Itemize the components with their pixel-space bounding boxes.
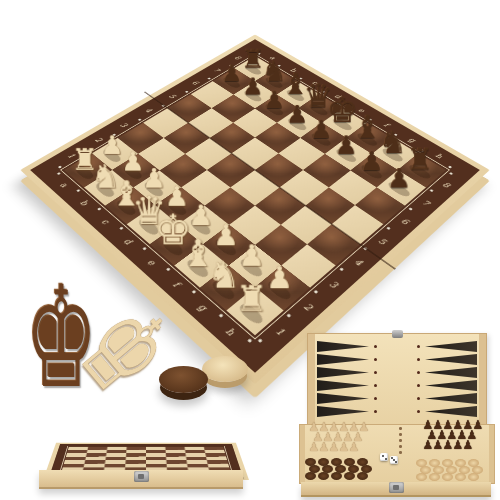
rank-label: 2	[301, 302, 314, 313]
die	[390, 456, 398, 464]
board-grid: ♜♞♝♛♚♝♞♜♟♟♟♟♟♟♟♟♟♟♟♟♟♟♟♟♜♞♝♛♚♝♞♜	[64, 56, 446, 335]
backgammon-point	[425, 406, 477, 417]
backgammon-point	[317, 341, 369, 352]
peg-hole-icon	[417, 358, 420, 361]
backgammon-point	[317, 393, 369, 404]
backgammon-point	[317, 406, 369, 417]
stored-light-checker	[429, 473, 440, 481]
stored-light-checker	[455, 473, 466, 481]
rank-label: 1	[273, 326, 286, 338]
peg-hole-icon	[374, 371, 377, 374]
rank-label: 6	[190, 80, 200, 86]
stored-dark-checker	[318, 472, 329, 480]
square-e5	[255, 154, 303, 188]
open-box-scene: ♟♟♟♟♟♟♟♟♟♟♟♟♟♟♟♟♟♟♟♟♟♟♟♟♟♟♟♟♟♟♟♟	[298, 330, 494, 498]
file-label: a	[58, 181, 70, 189]
peg-hole-icon	[399, 427, 402, 430]
clasp-icon	[389, 482, 404, 493]
stored-light-checker	[468, 473, 479, 481]
stored-light-piece: ♟	[348, 441, 360, 453]
backgammon-point	[425, 341, 477, 352]
border-stud-icon	[449, 172, 453, 175]
stored-light-checker	[416, 473, 427, 481]
rank-label: 3	[327, 279, 340, 289]
peg-hole-icon	[417, 371, 420, 374]
clasp-icon	[134, 471, 149, 482]
peg-hole-icon	[417, 345, 420, 348]
file-label: f	[171, 280, 182, 289]
border-stud-icon	[287, 313, 292, 317]
stored-dark-checker	[344, 472, 355, 480]
peg-hole-icon	[399, 439, 402, 442]
rank-label: 4	[352, 257, 364, 267]
piece-black-pawn: ♟	[377, 165, 422, 192]
file-label: h	[223, 326, 237, 338]
backgammon-point	[425, 367, 477, 378]
stored-dark-piece: ♟	[462, 439, 474, 451]
file-label: c	[99, 217, 111, 226]
backgammon-point	[317, 380, 369, 391]
hinge-icon	[392, 330, 403, 338]
peg-hole-icon	[374, 345, 377, 348]
box-base: ♟♟♟♟♟♟♟♟♟♟♟♟♟♟♟♟♟♟♟♟♟♟♟♟♟♟♟♟♟♟♟♟	[299, 424, 495, 484]
peg-hole-icon	[399, 451, 402, 454]
piece-white-rook: ♜	[226, 281, 279, 317]
border-stud-icon	[258, 338, 263, 343]
border-stud-icon	[138, 118, 142, 121]
file-label: d	[122, 237, 135, 246]
board-frame: ♜♞♝♛♚♝♞♜♟♟♟♟♟♟♟♟♟♟♟♟♟♟♟♟♜♞♝♛♚♝♞♜ aabbccd…	[30, 39, 480, 373]
border-stud-icon	[386, 226, 391, 229]
peg-hole-icon	[374, 384, 377, 387]
dark-checker-piece	[159, 366, 208, 393]
square-h7: ♟	[377, 170, 426, 205]
peg-hole-icon	[417, 384, 420, 387]
peg-hole-icon	[417, 397, 420, 400]
peg-hole-icon	[399, 433, 402, 436]
square-d4	[207, 154, 255, 188]
border-stud-icon	[207, 77, 211, 79]
rank-label: 7	[420, 198, 431, 207]
chess-board-scene: ♜♞♝♛♚♝♞♜♟♟♟♟♟♟♟♟♟♟♟♟♟♟♟♟♜♞♝♛♚♝♞♜ aabbccd…	[78, 0, 432, 340]
backgammon-point	[317, 354, 369, 365]
stored-dark-checker	[305, 472, 316, 480]
rank-label: 4	[143, 107, 154, 114]
stored-dark-checker	[331, 472, 342, 480]
rank-label: 5	[376, 237, 388, 246]
backgammon-point	[425, 380, 477, 391]
die	[380, 453, 388, 461]
stored-light-checker	[442, 473, 453, 481]
peg-hole-icon	[417, 410, 420, 413]
rank-label: 3	[118, 121, 129, 128]
border-stud-icon	[192, 290, 197, 294]
border-stud-icon	[76, 189, 80, 192]
backgammon-point	[425, 393, 477, 404]
border-stud-icon	[339, 268, 344, 272]
border-stud-icon	[408, 207, 412, 210]
peg-hole-icon	[399, 445, 402, 448]
rank-label: 8	[441, 181, 452, 189]
border-stud-icon	[218, 313, 223, 317]
border-stud-icon	[97, 207, 101, 210]
file-label: b	[78, 198, 90, 207]
square-h1: ♜	[227, 287, 284, 335]
peg-hole-icon	[374, 410, 377, 413]
border-stud-icon	[429, 189, 433, 192]
border-stud-icon	[185, 90, 189, 92]
border-stud-icon	[119, 226, 124, 229]
product-photo: ♜♞♝♛♚♝♞♜♟♟♟♟♟♟♟♟♟♟♟♟♟♟♟♟♜♞♝♛♚♝♞♜ aabbccd…	[0, 0, 500, 500]
file-label: e	[145, 257, 158, 267]
border-stud-icon	[314, 290, 319, 294]
rank-label: 6	[399, 217, 410, 226]
file-label: g	[196, 302, 209, 313]
stored-dark-checker	[357, 472, 368, 480]
box-front-edge	[301, 482, 491, 497]
closed-board-scene	[34, 408, 248, 498]
border-stud-icon	[448, 165, 452, 168]
backgammon-point	[425, 354, 477, 365]
border-stud-icon	[166, 268, 171, 272]
peg-hole-icon	[374, 397, 377, 400]
rank-label: 5	[167, 93, 177, 99]
backgammon-lid	[307, 333, 487, 425]
backgammon-point	[317, 367, 369, 378]
border-stud-icon	[142, 246, 147, 250]
peg-hole-icon	[374, 358, 377, 361]
closed-board-front-edge	[39, 470, 243, 489]
border-stud-icon	[56, 172, 60, 175]
border-stud-icon	[247, 338, 252, 343]
